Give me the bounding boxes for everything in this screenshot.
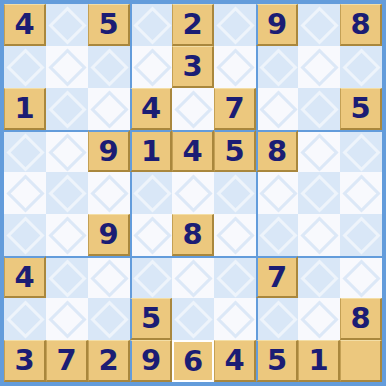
- diamond-decoration: [6, 300, 44, 338]
- cell-r8c5[interactable]: [172, 298, 214, 340]
- cell-r8c7[interactable]: [256, 298, 298, 340]
- cell-r4c6[interactable]: 5: [214, 130, 256, 172]
- cell-r5c5[interactable]: [172, 172, 214, 214]
- cell-r3c5[interactable]: [172, 88, 214, 130]
- diamond-decoration: [216, 174, 254, 212]
- cell-r9c1[interactable]: 3: [4, 340, 46, 382]
- diamond-decoration: [216, 48, 254, 86]
- diamond-decoration: [6, 174, 44, 212]
- digit: 6: [183, 347, 203, 376]
- cell-r3c3[interactable]: [88, 88, 130, 130]
- cell-r7c6[interactable]: [214, 256, 256, 298]
- diamond-decoration: [48, 300, 86, 338]
- digit: 7: [224, 94, 244, 123]
- cell-r6c3[interactable]: 9: [88, 214, 130, 256]
- cell-r6c9[interactable]: [340, 214, 382, 256]
- cell-r2c1[interactable]: [4, 46, 46, 88]
- diamond-decoration: [216, 6, 254, 44]
- cell-r7c3[interactable]: [88, 256, 130, 298]
- diamond-decoration: [6, 133, 44, 171]
- cell-r5c6[interactable]: [214, 172, 256, 214]
- cell-r8c9[interactable]: 8: [340, 298, 382, 340]
- cell-r6c2[interactable]: [46, 214, 88, 256]
- cell-r7c8[interactable]: [298, 256, 340, 298]
- cell-r7c9[interactable]: [340, 256, 382, 298]
- diamond-decoration: [133, 216, 171, 254]
- digit: 8: [267, 137, 287, 166]
- sudoku-board: 45298314759145898475837296451: [0, 0, 386, 386]
- cell-r8c3[interactable]: [88, 298, 130, 340]
- cell-r5c2[interactable]: [46, 172, 88, 214]
- diamond-decoration: [6, 48, 44, 86]
- cell-r2c2[interactable]: [46, 46, 88, 88]
- cell-r9c6[interactable]: 4: [214, 340, 256, 382]
- cell-r1c8[interactable]: [298, 4, 340, 46]
- diamond-decoration: [300, 300, 338, 338]
- cell-r5c8[interactable]: [298, 172, 340, 214]
- cell-r2c5[interactable]: 3: [172, 46, 214, 88]
- cell-r1c4[interactable]: [130, 4, 172, 46]
- diamond-decoration: [48, 259, 86, 297]
- digit: 4: [182, 137, 202, 166]
- diamond-decoration: [216, 216, 254, 254]
- diamond-decoration: [174, 300, 212, 338]
- diamond-decoration: [48, 216, 86, 254]
- cell-r9c2[interactable]: 7: [46, 340, 88, 382]
- diamond-decoration: [174, 174, 212, 212]
- cell-r7c5[interactable]: [172, 256, 214, 298]
- diamond-decoration: [90, 174, 128, 212]
- digit: 4: [14, 263, 34, 292]
- cell-r2c4[interactable]: [130, 46, 172, 88]
- cell-r9c8[interactable]: 1: [298, 340, 340, 382]
- cell-r5c1[interactable]: [4, 172, 46, 214]
- cell-r2c8[interactable]: [298, 46, 340, 88]
- cell-r1c5[interactable]: 2: [172, 4, 214, 46]
- digit: 9: [267, 10, 287, 39]
- cell-r5c4[interactable]: [130, 172, 172, 214]
- diamond-decoration: [133, 174, 171, 212]
- diamond-decoration: [133, 6, 171, 44]
- cell-r4c7[interactable]: 8: [256, 130, 298, 172]
- cell-r9c3[interactable]: 2: [88, 340, 130, 382]
- cell-r3c1[interactable]: 1: [4, 88, 46, 130]
- digit: 9: [141, 346, 161, 375]
- cell-r5c3[interactable]: [88, 172, 130, 214]
- diamond-decoration: [300, 48, 338, 86]
- digit: 1: [141, 137, 161, 166]
- cell-r6c7[interactable]: [256, 214, 298, 256]
- diamond-decoration: [300, 90, 338, 128]
- cell-r9c5[interactable]: 6: [172, 340, 214, 382]
- digit: 4: [224, 346, 244, 375]
- diamond-decoration: [300, 216, 338, 254]
- cell-r9c7[interactable]: 5: [256, 340, 298, 382]
- diamond-decoration: [259, 174, 297, 212]
- cell-r2c7[interactable]: [256, 46, 298, 88]
- cell-r2c6[interactable]: [214, 46, 256, 88]
- cell-r9c4[interactable]: 9: [130, 340, 172, 382]
- diamond-decoration: [90, 259, 128, 297]
- diamond-decoration: [342, 133, 380, 171]
- digit: 9: [98, 220, 118, 249]
- cell-r4c2[interactable]: [46, 130, 88, 172]
- cell-r8c1[interactable]: [4, 298, 46, 340]
- digit: 5: [267, 346, 287, 375]
- cell-r2c9[interactable]: [340, 46, 382, 88]
- cell-r3c9[interactable]: 5: [340, 88, 382, 130]
- cell-r4c8[interactable]: [298, 130, 340, 172]
- cell-r7c4[interactable]: [130, 256, 172, 298]
- cell-r1c6[interactable]: [214, 4, 256, 46]
- cell-r1c2[interactable]: [46, 4, 88, 46]
- diamond-decoration: [342, 216, 380, 254]
- cell-r3c6[interactable]: 7: [214, 88, 256, 130]
- cell-r5c7[interactable]: [256, 172, 298, 214]
- digit: 8: [350, 304, 370, 333]
- diamond-decoration: [133, 259, 171, 297]
- digit: 4: [141, 94, 161, 123]
- diamond-decoration: [48, 174, 86, 212]
- diamond-decoration: [342, 174, 380, 212]
- diamond-decoration: [300, 6, 338, 44]
- diamond-decoration: [90, 300, 128, 338]
- cell-r3c4[interactable]: 4: [130, 88, 172, 130]
- diamond-decoration: [48, 133, 86, 171]
- diamond-decoration: [48, 48, 86, 86]
- digit: 5: [224, 137, 244, 166]
- cell-r5c9[interactable]: [340, 172, 382, 214]
- diamond-decoration: [48, 6, 86, 44]
- diamond-decoration: [216, 300, 254, 338]
- cell-r4c9[interactable]: [340, 130, 382, 172]
- diamond-decoration: [300, 133, 338, 171]
- cell-r6c4[interactable]: [130, 214, 172, 256]
- cell-r9c9[interactable]: [340, 340, 382, 382]
- diamond-decoration: [90, 48, 128, 86]
- cell-r4c3[interactable]: 9: [88, 130, 130, 172]
- digit: 7: [56, 346, 76, 375]
- digit: 4: [14, 10, 34, 39]
- cell-r2c3[interactable]: [88, 46, 130, 88]
- digit: 1: [308, 346, 328, 375]
- cell-r7c1[interactable]: 4: [4, 256, 46, 298]
- diamond-decoration: [259, 90, 297, 128]
- cell-r4c5[interactable]: 4: [172, 130, 214, 172]
- digit: 1: [14, 94, 34, 123]
- diamond-decoration: [342, 48, 380, 86]
- cell-r3c7[interactable]: [256, 88, 298, 130]
- cell-r7c7[interactable]: 7: [256, 256, 298, 298]
- digit: 2: [182, 10, 202, 39]
- diamond-decoration: [133, 48, 171, 86]
- cell-r8c2[interactable]: [46, 298, 88, 340]
- digit: 5: [350, 94, 370, 123]
- diamond-decoration: [90, 90, 128, 128]
- diamond-decoration: [174, 259, 212, 297]
- cell-r3c2[interactable]: [46, 88, 88, 130]
- diamond-decoration: [259, 48, 297, 86]
- diamond-decoration: [342, 259, 380, 297]
- digit: 3: [182, 52, 202, 81]
- diamond-decoration: [174, 90, 212, 128]
- digit: 7: [267, 263, 287, 292]
- diamond-decoration: [216, 259, 254, 297]
- digit: 9: [98, 137, 118, 166]
- digit: 5: [141, 304, 161, 333]
- diamond-decoration: [300, 174, 338, 212]
- diamond-decoration: [6, 216, 44, 254]
- cell-r7c2[interactable]: [46, 256, 88, 298]
- diamond-decoration: [48, 90, 86, 128]
- cell-r8c6[interactable]: [214, 298, 256, 340]
- cell-r6c5[interactable]: 8: [172, 214, 214, 256]
- diamond-decoration: [259, 300, 297, 338]
- diamond-decoration: [300, 259, 338, 297]
- digit: 5: [98, 10, 118, 39]
- cell-r6c1[interactable]: [4, 214, 46, 256]
- cell-r6c6[interactable]: [214, 214, 256, 256]
- cell-r1c1[interactable]: 4: [4, 4, 46, 46]
- diamond-decoration: [259, 216, 297, 254]
- cell-r4c4[interactable]: 1: [130, 130, 172, 172]
- cell-r8c8[interactable]: [298, 298, 340, 340]
- cell-r6c8[interactable]: [298, 214, 340, 256]
- digit: 2: [98, 346, 118, 375]
- cell-r1c9[interactable]: 8: [340, 4, 382, 46]
- cell-r4c1[interactable]: [4, 130, 46, 172]
- cell-r8c4[interactable]: 5: [130, 298, 172, 340]
- cell-r1c7[interactable]: 9: [256, 4, 298, 46]
- digit: 3: [14, 346, 34, 375]
- digit: 8: [182, 220, 202, 249]
- digit: 8: [350, 10, 370, 39]
- cell-r3c8[interactable]: [298, 88, 340, 130]
- cell-r1c3[interactable]: 5: [88, 4, 130, 46]
